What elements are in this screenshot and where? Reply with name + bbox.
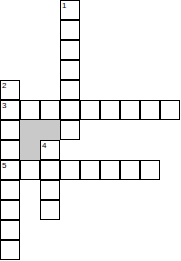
cell-r11c0[interactable] (0, 220, 20, 240)
crossword-grid: 12345 (0, 0, 180, 260)
cell-r5c4[interactable] (80, 100, 100, 120)
cell-r8c3[interactable] (60, 160, 80, 180)
clue-number-1: 1 (62, 1, 66, 10)
cell-r8c5[interactable] (100, 160, 120, 180)
cell-r8c4[interactable] (80, 160, 100, 180)
cell-r7c0[interactable] (0, 140, 20, 160)
cell-r5c1[interactable] (20, 100, 40, 120)
cell-r10c2[interactable] (40, 200, 60, 220)
cell-r5c2[interactable] (40, 100, 60, 120)
cell-r6c3[interactable] (60, 120, 80, 140)
cell-r1c3[interactable] (60, 20, 80, 40)
cell-r5c5[interactable] (100, 100, 120, 120)
cell-r7c2[interactable]: 4 (40, 140, 60, 160)
cell-r5c7[interactable] (140, 100, 160, 120)
cell-r8c2[interactable] (40, 160, 60, 180)
cell-r8c7[interactable] (140, 160, 160, 180)
clue-number-5: 5 (2, 161, 6, 170)
shaded-cell-r6c1 (20, 120, 40, 140)
cell-r5c3[interactable] (60, 100, 80, 120)
cell-r5c8[interactable] (160, 100, 180, 120)
cell-r10c0[interactable] (0, 200, 20, 220)
shaded-cell-r6c2 (40, 120, 60, 140)
cell-r8c6[interactable] (120, 160, 140, 180)
clue-number-2: 2 (2, 81, 6, 90)
cell-r0c3[interactable]: 1 (60, 0, 80, 20)
clue-number-4: 4 (42, 141, 46, 150)
cell-r12c0[interactable] (0, 240, 20, 260)
crossword-board: 12345 (0, 0, 181, 261)
cell-r4c3[interactable] (60, 80, 80, 100)
cell-r5c0[interactable]: 3 (0, 100, 20, 120)
shaded-cell-r7c1 (20, 140, 40, 160)
cell-r8c0[interactable]: 5 (0, 160, 20, 180)
clue-number-3: 3 (2, 101, 6, 110)
cell-r3c3[interactable] (60, 60, 80, 80)
cell-r9c2[interactable] (40, 180, 60, 200)
cell-r5c6[interactable] (120, 100, 140, 120)
cell-r9c0[interactable] (0, 180, 20, 200)
cell-r2c3[interactable] (60, 40, 80, 60)
cell-r4c0[interactable]: 2 (0, 80, 20, 100)
cell-r8c1[interactable] (20, 160, 40, 180)
cell-r6c0[interactable] (0, 120, 20, 140)
